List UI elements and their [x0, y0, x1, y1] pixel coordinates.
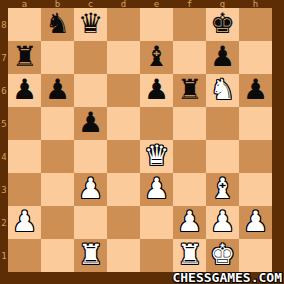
piece-white-rook-f1[interactable]: ♜ — [173, 239, 206, 272]
piece-black-pawn-b6[interactable]: ♟ — [41, 74, 74, 107]
piece-black-pawn-g7[interactable]: ♟ — [206, 41, 239, 74]
square-h4[interactable] — [239, 140, 272, 173]
file-label-h: h — [239, 0, 272, 8]
square-g5[interactable] — [206, 107, 239, 140]
square-h5[interactable] — [239, 107, 272, 140]
piece-white-pawn-g2[interactable]: ♟ — [206, 206, 239, 239]
square-b6[interactable]: ♟ — [41, 74, 74, 107]
square-f3[interactable] — [173, 173, 206, 206]
square-b2[interactable] — [41, 206, 74, 239]
square-b1[interactable] — [41, 239, 74, 272]
square-h3[interactable] — [239, 173, 272, 206]
square-g8[interactable]: ♚ — [206, 8, 239, 41]
square-e1[interactable] — [140, 239, 173, 272]
piece-white-pawn-a2[interactable]: ♟ — [8, 206, 41, 239]
piece-white-rook-c1[interactable]: ♜ — [74, 239, 107, 272]
piece-black-pawn-a6[interactable]: ♟ — [8, 74, 41, 107]
file-label-d: d — [107, 0, 140, 8]
square-c7[interactable] — [74, 41, 107, 74]
square-a6[interactable]: ♟ — [8, 74, 41, 107]
square-e2[interactable] — [140, 206, 173, 239]
square-e5[interactable] — [140, 107, 173, 140]
piece-white-pawn-c3[interactable]: ♟ — [74, 173, 107, 206]
piece-black-bishop-e7[interactable]: ♝ — [140, 41, 173, 74]
piece-black-pawn-e6[interactable]: ♟ — [140, 74, 173, 107]
rank-label-6: 6 — [0, 74, 8, 107]
piece-black-knight-b8[interactable]: ♞ — [41, 8, 74, 41]
square-c3[interactable]: ♟ — [74, 173, 107, 206]
square-d5[interactable] — [107, 107, 140, 140]
square-g2[interactable]: ♟ — [206, 206, 239, 239]
square-a2[interactable]: ♟ — [8, 206, 41, 239]
square-a7[interactable]: ♜ — [8, 41, 41, 74]
chess-board[interactable]: ♞♛♚♜♝♟♟♟♟♜♞♟♟♛♟♟♝♟♟♟♟♜♜♚ — [8, 8, 272, 272]
rank-label-1: 1 — [0, 239, 8, 272]
piece-black-queen-c8[interactable]: ♛ — [74, 8, 107, 41]
square-d7[interactable] — [107, 41, 140, 74]
square-g6[interactable]: ♞ — [206, 74, 239, 107]
square-e7[interactable]: ♝ — [140, 41, 173, 74]
square-f4[interactable] — [173, 140, 206, 173]
piece-white-king-g1[interactable]: ♚ — [206, 239, 239, 272]
file-label-f: f — [173, 0, 206, 8]
rank-label-3: 3 — [0, 173, 8, 206]
square-h7[interactable] — [239, 41, 272, 74]
square-d3[interactable] — [107, 173, 140, 206]
square-e6[interactable]: ♟ — [140, 74, 173, 107]
square-d6[interactable] — [107, 74, 140, 107]
square-f5[interactable] — [173, 107, 206, 140]
square-d2[interactable] — [107, 206, 140, 239]
square-a8[interactable] — [8, 8, 41, 41]
square-c8[interactable]: ♛ — [74, 8, 107, 41]
piece-black-rook-a7[interactable]: ♜ — [8, 41, 41, 74]
piece-black-pawn-h6[interactable]: ♟ — [239, 74, 272, 107]
square-f2[interactable]: ♟ — [173, 206, 206, 239]
square-e8[interactable] — [140, 8, 173, 41]
piece-white-queen-e4[interactable]: ♛ — [140, 140, 173, 173]
rank-label-8: 8 — [0, 8, 8, 41]
square-a4[interactable] — [8, 140, 41, 173]
square-f6[interactable]: ♜ — [173, 74, 206, 107]
square-h8[interactable] — [239, 8, 272, 41]
square-b3[interactable] — [41, 173, 74, 206]
square-h6[interactable]: ♟ — [239, 74, 272, 107]
square-d8[interactable] — [107, 8, 140, 41]
square-c5[interactable]: ♟ — [74, 107, 107, 140]
piece-white-pawn-f2[interactable]: ♟ — [173, 206, 206, 239]
square-c2[interactable] — [74, 206, 107, 239]
square-f8[interactable] — [173, 8, 206, 41]
square-b4[interactable] — [41, 140, 74, 173]
square-b8[interactable]: ♞ — [41, 8, 74, 41]
square-b5[interactable] — [41, 107, 74, 140]
piece-black-king-g8[interactable]: ♚ — [206, 8, 239, 41]
file-label-a: a — [8, 0, 41, 8]
square-a3[interactable] — [8, 173, 41, 206]
rank-labels: 87654321 — [0, 8, 8, 272]
square-c4[interactable] — [74, 140, 107, 173]
square-e3[interactable]: ♟ — [140, 173, 173, 206]
chessgames-branding: CHESSGAMES.COM — [172, 272, 282, 284]
file-label-e: e — [140, 0, 173, 8]
rank-label-7: 7 — [0, 41, 8, 74]
square-h2[interactable]: ♟ — [239, 206, 272, 239]
square-d4[interactable] — [107, 140, 140, 173]
square-c1[interactable]: ♜ — [74, 239, 107, 272]
square-h1[interactable] — [239, 239, 272, 272]
piece-white-knight-g6[interactable]: ♞ — [206, 74, 239, 107]
square-e4[interactable]: ♛ — [140, 140, 173, 173]
rank-label-2: 2 — [0, 206, 8, 239]
square-g7[interactable]: ♟ — [206, 41, 239, 74]
square-a5[interactable] — [8, 107, 41, 140]
square-f1[interactable]: ♜ — [173, 239, 206, 272]
square-g3[interactable]: ♝ — [206, 173, 239, 206]
square-c6[interactable] — [74, 74, 107, 107]
piece-white-pawn-e3[interactable]: ♟ — [140, 173, 173, 206]
square-b7[interactable] — [41, 41, 74, 74]
piece-black-rook-f6[interactable]: ♜ — [173, 74, 206, 107]
square-f7[interactable] — [173, 41, 206, 74]
rank-label-4: 4 — [0, 140, 8, 173]
square-g4[interactable] — [206, 140, 239, 173]
piece-black-pawn-c5[interactable]: ♟ — [74, 107, 107, 140]
piece-white-bishop-g3[interactable]: ♝ — [206, 173, 239, 206]
chess-diagram-frame: abcdefgh 87654321 ♞♛♚♜♝♟♟♟♟♜♞♟♟♛♟♟♝♟♟♟♟♜… — [0, 0, 284, 284]
piece-white-pawn-h2[interactable]: ♟ — [239, 206, 272, 239]
rank-label-5: 5 — [0, 107, 8, 140]
square-a1[interactable] — [8, 239, 41, 272]
square-d1[interactable] — [107, 239, 140, 272]
square-g1[interactable]: ♚ — [206, 239, 239, 272]
